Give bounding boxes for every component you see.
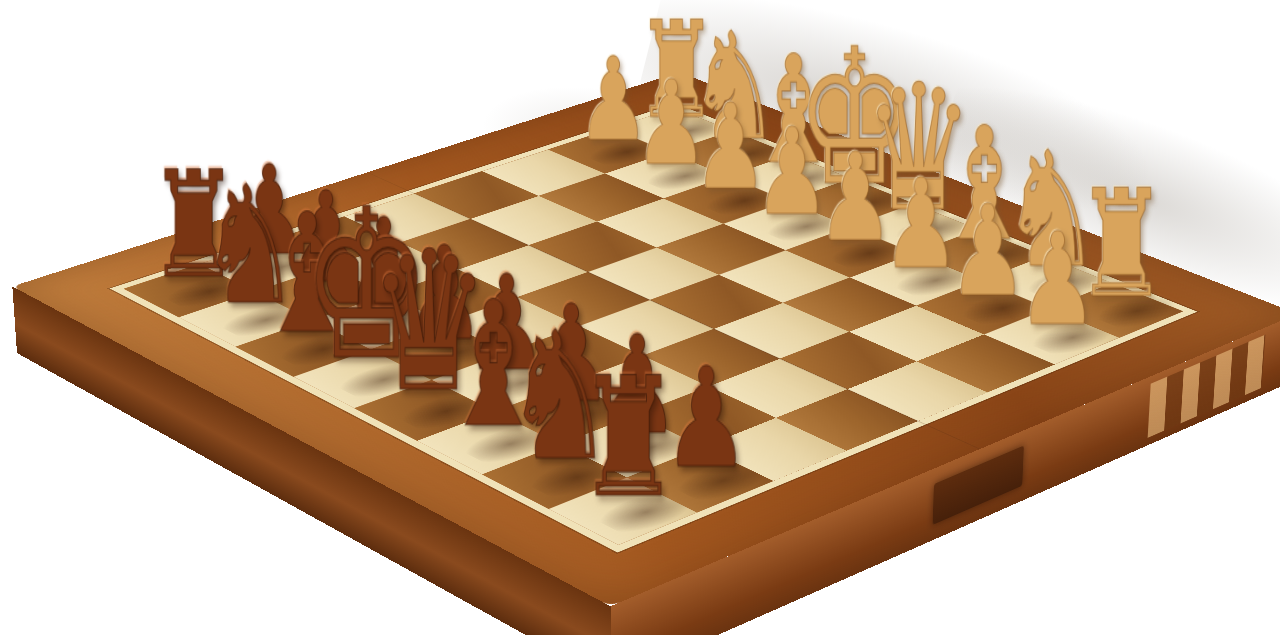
board-frame: ♜♟♟♜♞♟♟♞♝♟♟♝♚♟♟♚♛♟♟♛♝♟♟♝♞♟♟♞♜♟♟♜	[12, 72, 1280, 606]
chess-board: ♜♟♟♜♞♟♟♞♝♟♟♝♚♟♟♚♛♟♟♛♝♟♟♝♞♟♟♞♜♟♟♜	[12, 72, 1280, 606]
piece-glyph: ♟	[983, 216, 1133, 344]
product-photo-scene: { "game": "chess", "scene": { "setting":…	[0, 0, 1280, 635]
piece-glyph: ♜	[546, 355, 711, 521]
square-a8: ♜	[549, 478, 697, 545]
